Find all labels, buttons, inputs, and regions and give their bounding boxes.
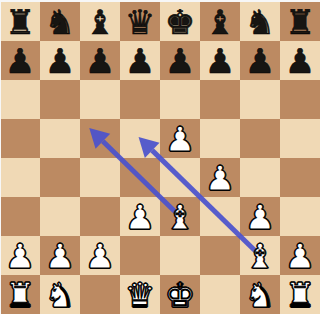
square-g4[interactable] xyxy=(240,158,280,197)
square-f5[interactable] xyxy=(200,119,240,158)
square-d1[interactable]: ♛ xyxy=(120,275,160,314)
square-h5[interactable] xyxy=(280,119,320,158)
black-pawn-icon[interactable]: ♟ xyxy=(160,41,200,80)
square-c2[interactable]: ♟ xyxy=(80,236,120,275)
black-pawn-icon[interactable]: ♟ xyxy=(120,41,160,80)
square-a5[interactable] xyxy=(0,119,40,158)
square-f1[interactable] xyxy=(200,275,240,314)
white-king-icon[interactable]: ♚ xyxy=(160,275,200,314)
square-f4[interactable]: ♟ xyxy=(200,158,240,197)
square-d3[interactable]: ♟ xyxy=(120,197,160,236)
square-a1[interactable]: ♜ xyxy=(0,275,40,314)
square-h6[interactable] xyxy=(280,80,320,119)
square-f6[interactable] xyxy=(200,80,240,119)
white-bishop-icon[interactable]: ♝ xyxy=(160,197,200,236)
black-king-icon[interactable]: ♚ xyxy=(160,2,200,41)
square-e5[interactable]: ♟ xyxy=(160,119,200,158)
square-d8[interactable]: ♛ xyxy=(120,2,160,41)
square-h7[interactable]: ♟ xyxy=(280,41,320,80)
white-pawn-icon[interactable]: ♟ xyxy=(80,236,120,275)
square-d6[interactable] xyxy=(120,80,160,119)
black-rook-icon[interactable]: ♜ xyxy=(0,2,40,41)
white-pawn-icon[interactable]: ♟ xyxy=(240,197,280,236)
square-b3[interactable] xyxy=(40,197,80,236)
square-g2[interactable]: ♝ xyxy=(240,236,280,275)
square-d4[interactable] xyxy=(120,158,160,197)
square-h4[interactable] xyxy=(280,158,320,197)
black-queen-icon[interactable]: ♛ xyxy=(120,2,160,41)
square-f7[interactable]: ♟ xyxy=(200,41,240,80)
square-e8[interactable]: ♚ xyxy=(160,2,200,41)
square-b6[interactable] xyxy=(40,80,80,119)
chess-analysis-screenshot: ♜♞♝♛♚♝♞♜♟♟♟♟♟♟♟♟♟♟♟♝♟♟♟♟♝♟♜♞♛♚♞♜ xyxy=(0,0,320,314)
white-pawn-icon[interactable]: ♟ xyxy=(40,236,80,275)
square-f8[interactable]: ♝ xyxy=(200,2,240,41)
page-background-left-strip xyxy=(0,0,1,314)
square-b2[interactable]: ♟ xyxy=(40,236,80,275)
white-knight-icon[interactable]: ♞ xyxy=(240,275,280,314)
black-pawn-icon[interactable]: ♟ xyxy=(240,41,280,80)
white-pawn-icon[interactable]: ♟ xyxy=(200,158,240,197)
square-e6[interactable] xyxy=(160,80,200,119)
square-e2[interactable] xyxy=(160,236,200,275)
square-b1[interactable]: ♞ xyxy=(40,275,80,314)
black-pawn-icon[interactable]: ♟ xyxy=(80,41,120,80)
black-rook-icon[interactable]: ♜ xyxy=(280,2,320,41)
square-g5[interactable] xyxy=(240,119,280,158)
square-g8[interactable]: ♞ xyxy=(240,2,280,41)
square-c7[interactable]: ♟ xyxy=(80,41,120,80)
square-d2[interactable] xyxy=(120,236,160,275)
square-c1[interactable] xyxy=(80,275,120,314)
square-a7[interactable]: ♟ xyxy=(0,41,40,80)
white-bishop-icon[interactable]: ♝ xyxy=(240,236,280,275)
white-pawn-icon[interactable]: ♟ xyxy=(120,197,160,236)
black-pawn-icon[interactable]: ♟ xyxy=(280,41,320,80)
page-background-top-strip xyxy=(0,0,320,2)
black-bishop-icon[interactable]: ♝ xyxy=(200,2,240,41)
square-c4[interactable] xyxy=(80,158,120,197)
square-h8[interactable]: ♜ xyxy=(280,2,320,41)
square-g6[interactable] xyxy=(240,80,280,119)
white-queen-icon[interactable]: ♛ xyxy=(120,275,160,314)
square-a6[interactable] xyxy=(0,80,40,119)
white-knight-icon[interactable]: ♞ xyxy=(40,275,80,314)
square-a4[interactable] xyxy=(0,158,40,197)
black-bishop-icon[interactable]: ♝ xyxy=(80,2,120,41)
black-knight-icon[interactable]: ♞ xyxy=(240,2,280,41)
square-b7[interactable]: ♟ xyxy=(40,41,80,80)
white-rook-icon[interactable]: ♜ xyxy=(0,275,40,314)
black-knight-icon[interactable]: ♞ xyxy=(40,2,80,41)
square-c6[interactable] xyxy=(80,80,120,119)
chess-board[interactable]: ♜♞♝♛♚♝♞♜♟♟♟♟♟♟♟♟♟♟♟♝♟♟♟♟♝♟♜♞♛♚♞♜ xyxy=(0,2,320,314)
black-pawn-icon[interactable]: ♟ xyxy=(200,41,240,80)
square-c3[interactable] xyxy=(80,197,120,236)
white-pawn-icon[interactable]: ♟ xyxy=(280,236,320,275)
square-a2[interactable]: ♟ xyxy=(0,236,40,275)
square-d7[interactable]: ♟ xyxy=(120,41,160,80)
square-e7[interactable]: ♟ xyxy=(160,41,200,80)
square-c8[interactable]: ♝ xyxy=(80,2,120,41)
white-pawn-icon[interactable]: ♟ xyxy=(0,236,40,275)
square-e4[interactable] xyxy=(160,158,200,197)
square-h3[interactable] xyxy=(280,197,320,236)
square-h2[interactable]: ♟ xyxy=(280,236,320,275)
square-d5[interactable] xyxy=(120,119,160,158)
square-g7[interactable]: ♟ xyxy=(240,41,280,80)
square-h1[interactable]: ♜ xyxy=(280,275,320,314)
square-g1[interactable]: ♞ xyxy=(240,275,280,314)
square-g3[interactable]: ♟ xyxy=(240,197,280,236)
white-pawn-icon[interactable]: ♟ xyxy=(160,119,200,158)
square-a3[interactable] xyxy=(0,197,40,236)
square-a8[interactable]: ♜ xyxy=(0,2,40,41)
square-f3[interactable] xyxy=(200,197,240,236)
square-f2[interactable] xyxy=(200,236,240,275)
white-rook-icon[interactable]: ♜ xyxy=(280,275,320,314)
square-b4[interactable] xyxy=(40,158,80,197)
square-c5[interactable] xyxy=(80,119,120,158)
square-e3[interactable]: ♝ xyxy=(160,197,200,236)
black-pawn-icon[interactable]: ♟ xyxy=(0,41,40,80)
black-pawn-icon[interactable]: ♟ xyxy=(40,41,80,80)
square-e1[interactable]: ♚ xyxy=(160,275,200,314)
square-b5[interactable] xyxy=(40,119,80,158)
square-b8[interactable]: ♞ xyxy=(40,2,80,41)
